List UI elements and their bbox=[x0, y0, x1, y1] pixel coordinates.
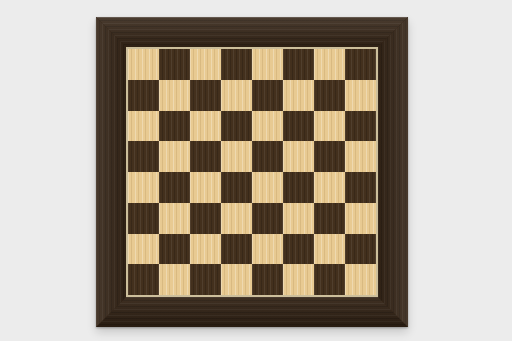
square-c4 bbox=[190, 172, 221, 203]
board-frame-right bbox=[378, 17, 408, 327]
square-g3 bbox=[314, 203, 345, 234]
square-c6 bbox=[190, 111, 221, 142]
square-b6 bbox=[159, 111, 190, 142]
square-b8 bbox=[159, 49, 190, 80]
square-f5 bbox=[283, 141, 314, 172]
square-g6 bbox=[314, 111, 345, 142]
square-a2 bbox=[128, 234, 159, 265]
square-g5 bbox=[314, 141, 345, 172]
square-a4 bbox=[128, 172, 159, 203]
square-f4 bbox=[283, 172, 314, 203]
square-h2 bbox=[345, 234, 376, 265]
square-b3 bbox=[159, 203, 190, 234]
square-e2 bbox=[252, 234, 283, 265]
board-grid bbox=[128, 49, 376, 295]
square-b5 bbox=[159, 141, 190, 172]
square-h1 bbox=[345, 264, 376, 295]
square-g2 bbox=[314, 234, 345, 265]
square-e6 bbox=[252, 111, 283, 142]
square-e3 bbox=[252, 203, 283, 234]
square-f7 bbox=[283, 80, 314, 111]
square-f8 bbox=[283, 49, 314, 80]
square-d4 bbox=[221, 172, 252, 203]
square-h5 bbox=[345, 141, 376, 172]
square-g7 bbox=[314, 80, 345, 111]
board-frame-bottom bbox=[96, 297, 408, 327]
square-h4 bbox=[345, 172, 376, 203]
square-a5 bbox=[128, 141, 159, 172]
square-c1 bbox=[190, 264, 221, 295]
square-e4 bbox=[252, 172, 283, 203]
board-frame-left bbox=[96, 17, 126, 327]
square-b4 bbox=[159, 172, 190, 203]
chess-board bbox=[96, 17, 408, 327]
square-e8 bbox=[252, 49, 283, 80]
square-d2 bbox=[221, 234, 252, 265]
square-g1 bbox=[314, 264, 345, 295]
inlay-border bbox=[126, 47, 378, 297]
square-h3 bbox=[345, 203, 376, 234]
square-c3 bbox=[190, 203, 221, 234]
square-a1 bbox=[128, 264, 159, 295]
square-f6 bbox=[283, 111, 314, 142]
square-d1 bbox=[221, 264, 252, 295]
square-a8 bbox=[128, 49, 159, 80]
square-h7 bbox=[345, 80, 376, 111]
square-g4 bbox=[314, 172, 345, 203]
square-c7 bbox=[190, 80, 221, 111]
square-h6 bbox=[345, 111, 376, 142]
square-c8 bbox=[190, 49, 221, 80]
square-e5 bbox=[252, 141, 283, 172]
square-h8 bbox=[345, 49, 376, 80]
square-a7 bbox=[128, 80, 159, 111]
square-b1 bbox=[159, 264, 190, 295]
photo-background bbox=[0, 0, 512, 341]
board-frame-top bbox=[96, 17, 408, 47]
square-d5 bbox=[221, 141, 252, 172]
square-d3 bbox=[221, 203, 252, 234]
square-e7 bbox=[252, 80, 283, 111]
square-a6 bbox=[128, 111, 159, 142]
square-f3 bbox=[283, 203, 314, 234]
square-b2 bbox=[159, 234, 190, 265]
square-c5 bbox=[190, 141, 221, 172]
square-f2 bbox=[283, 234, 314, 265]
square-d6 bbox=[221, 111, 252, 142]
square-a3 bbox=[128, 203, 159, 234]
square-d8 bbox=[221, 49, 252, 80]
square-c2 bbox=[190, 234, 221, 265]
square-d7 bbox=[221, 80, 252, 111]
square-f1 bbox=[283, 264, 314, 295]
square-g8 bbox=[314, 49, 345, 80]
square-e1 bbox=[252, 264, 283, 295]
square-b7 bbox=[159, 80, 190, 111]
